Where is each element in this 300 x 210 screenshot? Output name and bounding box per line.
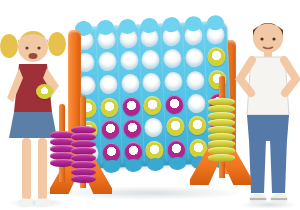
boy-jeans-hip xyxy=(247,115,289,141)
yellow-disc xyxy=(188,116,207,136)
held-yellow-disc xyxy=(36,84,53,99)
yellow-disc xyxy=(144,95,163,115)
yellow-spare-disc xyxy=(208,154,235,162)
yellow-disc xyxy=(207,47,226,67)
board-bottom-bump xyxy=(125,159,143,173)
scene xyxy=(0,0,300,210)
girl-pigtail-left xyxy=(0,34,18,58)
yellow-disc xyxy=(166,117,185,137)
board-cell-r5c2 xyxy=(100,118,123,142)
board-cell-r3c7 xyxy=(206,68,229,92)
spare-stack-yellow xyxy=(208,99,235,162)
empty-slot-ring xyxy=(187,94,206,114)
board-cell-r3c3 xyxy=(119,72,142,96)
empty-slot-ring xyxy=(142,50,161,70)
board-cell-r3c6 xyxy=(184,69,207,93)
girl-leg-right xyxy=(38,138,47,200)
magenta-disc xyxy=(101,120,120,140)
board-cell-r2c6 xyxy=(184,46,207,70)
boy-jeans-right xyxy=(270,139,287,193)
board-cell-r4c3 xyxy=(120,94,143,118)
board-cell-r2c2 xyxy=(97,50,120,74)
boy-shirt xyxy=(247,57,289,115)
empty-slot-ring xyxy=(145,118,164,138)
magenta-disc xyxy=(123,119,142,139)
girl-shoe-left xyxy=(17,199,33,208)
board-cell-r4c2 xyxy=(99,95,122,119)
magenta-disc xyxy=(165,94,184,114)
girl-leg-left xyxy=(22,138,31,200)
empty-slot-ring xyxy=(185,48,204,68)
empty-slot-ring xyxy=(98,52,117,72)
board-cell-r3c2 xyxy=(98,73,121,97)
yellow-disc xyxy=(100,97,119,117)
board-cell-r2c5 xyxy=(162,47,185,71)
board-cell-r5c3 xyxy=(121,117,144,141)
empty-slot-ring xyxy=(163,49,182,69)
empty-slot-ring xyxy=(99,75,118,95)
magenta-disc xyxy=(122,96,141,116)
empty-slot-ring xyxy=(186,71,205,91)
magenta-spare-disc xyxy=(71,175,96,183)
empty-slot-ring xyxy=(143,73,162,93)
board-cell-r4c6 xyxy=(185,92,208,116)
board-cell-r2c7 xyxy=(205,45,228,69)
empty-slot-ring xyxy=(120,51,139,71)
board-cell-r2c4 xyxy=(140,48,163,72)
board-cell-r4c4 xyxy=(142,94,165,118)
board-bottom-bump xyxy=(103,160,121,174)
board-cell-r2c3 xyxy=(118,49,141,73)
board-cell-r4c5 xyxy=(164,93,187,117)
board-cell-r5c4 xyxy=(143,116,166,140)
board-bottom-bump xyxy=(169,157,187,171)
girl-pigtail-right xyxy=(48,32,66,56)
board-cell-r3c4 xyxy=(141,71,164,95)
board-cell-r5c5 xyxy=(165,115,188,139)
board-cell-r5c6 xyxy=(186,114,209,138)
girl-shoe-right xyxy=(35,199,51,208)
girl-smile xyxy=(29,53,38,59)
empty-slot-ring xyxy=(121,74,140,94)
empty-slot-ring xyxy=(164,72,183,92)
spare-stack-magenta-b xyxy=(71,127,96,183)
set-shadow xyxy=(55,186,245,200)
board-cell-r3c5 xyxy=(163,70,186,94)
board-bottom-bump xyxy=(147,158,165,172)
